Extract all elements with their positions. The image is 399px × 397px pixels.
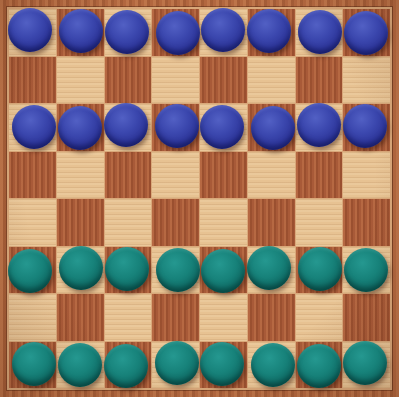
square-c4[interactable]: [105, 199, 152, 246]
blue-piece[interactable]: [200, 105, 244, 149]
square-c3[interactable]: [105, 247, 152, 294]
teal-piece[interactable]: [297, 344, 341, 388]
square-f7[interactable]: [248, 57, 295, 104]
square-g1[interactable]: [296, 342, 343, 389]
teal-piece[interactable]: [59, 246, 103, 290]
teal-piece[interactable]: [200, 342, 244, 386]
square-e4[interactable]: [200, 199, 247, 246]
blue-piece[interactable]: [58, 106, 102, 150]
teal-piece[interactable]: [343, 341, 387, 385]
blue-piece[interactable]: [297, 103, 341, 147]
teal-piece[interactable]: [344, 248, 388, 292]
teal-piece[interactable]: [12, 342, 56, 386]
square-c5[interactable]: [105, 152, 152, 199]
teal-piece[interactable]: [201, 249, 245, 293]
teal-piece[interactable]: [58, 343, 102, 387]
checkers-board-photo: [0, 0, 399, 397]
square-e5[interactable]: [200, 152, 247, 199]
teal-piece[interactable]: [104, 344, 148, 388]
teal-piece[interactable]: [156, 248, 200, 292]
square-e2[interactable]: [200, 294, 247, 341]
square-c2[interactable]: [105, 294, 152, 341]
square-g2[interactable]: [296, 294, 343, 341]
square-g7[interactable]: [296, 57, 343, 104]
blue-piece[interactable]: [104, 103, 148, 147]
square-c7[interactable]: [105, 57, 152, 104]
blue-piece[interactable]: [8, 8, 52, 52]
square-a3[interactable]: [9, 247, 56, 294]
square-g4[interactable]: [296, 199, 343, 246]
blue-piece[interactable]: [59, 9, 103, 53]
square-b1[interactable]: [57, 342, 104, 389]
square-a8[interactable]: [9, 9, 56, 56]
square-f2[interactable]: [248, 294, 295, 341]
square-g8[interactable]: [296, 9, 343, 56]
teal-piece[interactable]: [247, 246, 291, 290]
square-b2[interactable]: [57, 294, 104, 341]
square-d6[interactable]: [152, 104, 199, 151]
square-b7[interactable]: [57, 57, 104, 104]
square-c1[interactable]: [105, 342, 152, 389]
square-h2[interactable]: [343, 294, 390, 341]
square-h8[interactable]: [343, 9, 390, 56]
square-b8[interactable]: [57, 9, 104, 56]
teal-piece[interactable]: [251, 343, 295, 387]
square-f6[interactable]: [248, 104, 295, 151]
square-h5[interactable]: [343, 152, 390, 199]
square-h4[interactable]: [343, 199, 390, 246]
square-b4[interactable]: [57, 199, 104, 246]
square-a1[interactable]: [9, 342, 56, 389]
square-d1[interactable]: [152, 342, 199, 389]
board-frame-inlay: [7, 7, 392, 390]
square-a6[interactable]: [9, 104, 56, 151]
square-b3[interactable]: [57, 247, 104, 294]
square-f1[interactable]: [248, 342, 295, 389]
square-h6[interactable]: [343, 104, 390, 151]
square-h1[interactable]: [343, 342, 390, 389]
square-e3[interactable]: [200, 247, 247, 294]
square-f5[interactable]: [248, 152, 295, 199]
teal-piece[interactable]: [298, 247, 342, 291]
blue-piece[interactable]: [343, 104, 387, 148]
square-h7[interactable]: [343, 57, 390, 104]
teal-piece[interactable]: [155, 341, 199, 385]
square-d7[interactable]: [152, 57, 199, 104]
teal-piece[interactable]: [8, 249, 52, 293]
square-d5[interactable]: [152, 152, 199, 199]
square-d4[interactable]: [152, 199, 199, 246]
blue-piece[interactable]: [344, 11, 388, 55]
square-d2[interactable]: [152, 294, 199, 341]
blue-piece[interactable]: [298, 10, 342, 54]
square-e6[interactable]: [200, 104, 247, 151]
square-a2[interactable]: [9, 294, 56, 341]
square-b6[interactable]: [57, 104, 104, 151]
square-g6[interactable]: [296, 104, 343, 151]
blue-piece[interactable]: [201, 8, 245, 52]
square-g5[interactable]: [296, 152, 343, 199]
square-g3[interactable]: [296, 247, 343, 294]
square-h3[interactable]: [343, 247, 390, 294]
blue-piece[interactable]: [155, 104, 199, 148]
teal-piece[interactable]: [105, 247, 149, 291]
square-b5[interactable]: [57, 152, 104, 199]
blue-piece[interactable]: [105, 10, 149, 54]
square-f3[interactable]: [248, 247, 295, 294]
blue-piece[interactable]: [251, 106, 295, 150]
square-a7[interactable]: [9, 57, 56, 104]
square-a4[interactable]: [9, 199, 56, 246]
blue-piece[interactable]: [12, 105, 56, 149]
blue-piece[interactable]: [156, 11, 200, 55]
square-d3[interactable]: [152, 247, 199, 294]
square-f4[interactable]: [248, 199, 295, 246]
square-a5[interactable]: [9, 152, 56, 199]
square-e8[interactable]: [200, 9, 247, 56]
square-f8[interactable]: [248, 9, 295, 56]
square-d8[interactable]: [152, 9, 199, 56]
square-e7[interactable]: [200, 57, 247, 104]
checkers-board: [9, 9, 390, 388]
square-e1[interactable]: [200, 342, 247, 389]
square-c8[interactable]: [105, 9, 152, 56]
square-c6[interactable]: [105, 104, 152, 151]
blue-piece[interactable]: [247, 9, 291, 53]
